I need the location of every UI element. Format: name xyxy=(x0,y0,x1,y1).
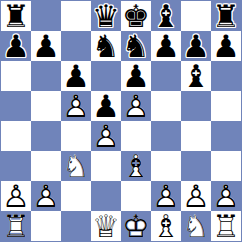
square-d1[interactable]: ♛♕ xyxy=(91,211,121,241)
piece-white-pawn[interactable]: ♟♙ xyxy=(91,121,121,151)
square-b2[interactable]: ♟♙ xyxy=(31,181,61,211)
bishop-fill-glyph: ♝ xyxy=(151,211,181,241)
piece-white-bishop[interactable]: ♝♗ xyxy=(121,151,151,181)
piece-black-pawn[interactable]: ♟ xyxy=(91,91,121,121)
rook-glyph: ♜ xyxy=(211,1,241,31)
pawn-outline-glyph: ♙ xyxy=(61,91,91,121)
piece-white-pawn[interactable]: ♟♙ xyxy=(121,91,151,121)
pawn-fill-glyph: ♟ xyxy=(31,181,61,211)
bishop-outline-glyph: ♗ xyxy=(151,211,181,241)
square-f5[interactable] xyxy=(151,91,181,121)
square-b1[interactable] xyxy=(31,211,61,241)
square-d4[interactable]: ♟♙ xyxy=(91,121,121,151)
piece-black-pawn[interactable]: ♟ xyxy=(211,31,241,61)
square-e4[interactable] xyxy=(121,121,151,151)
square-e7[interactable]: ♞ xyxy=(121,31,151,61)
rook-outline-glyph: ♖ xyxy=(1,211,31,241)
piece-black-king[interactable]: ♚ xyxy=(121,1,151,31)
square-b6[interactable] xyxy=(31,61,61,91)
king-outline-glyph: ♔ xyxy=(121,211,151,241)
piece-black-knight[interactable]: ♞ xyxy=(91,31,121,61)
piece-black-bishop[interactable]: ♝ xyxy=(181,61,211,91)
square-g2[interactable]: ♟♙ xyxy=(181,181,211,211)
piece-white-pawn[interactable]: ♟♙ xyxy=(31,181,61,211)
bishop-fill-glyph: ♝ xyxy=(121,151,151,181)
square-c2[interactable] xyxy=(61,181,91,211)
square-e3[interactable]: ♝♗ xyxy=(121,151,151,181)
square-f4[interactable] xyxy=(151,121,181,151)
bishop-outline-glyph: ♗ xyxy=(121,151,151,181)
pawn-fill-glyph: ♟ xyxy=(91,121,121,151)
square-b5[interactable] xyxy=(31,91,61,121)
king-fill-glyph: ♚ xyxy=(121,211,151,241)
square-a5[interactable] xyxy=(1,91,31,121)
square-e8[interactable]: ♚ xyxy=(121,1,151,31)
piece-white-pawn[interactable]: ♟♙ xyxy=(151,181,181,211)
pawn-outline-glyph: ♙ xyxy=(181,181,211,211)
square-a6[interactable] xyxy=(1,61,31,91)
square-h1[interactable]: ♜♖ xyxy=(211,211,241,241)
pawn-outline-glyph: ♙ xyxy=(151,181,181,211)
pawn-glyph: ♟ xyxy=(211,31,241,61)
piece-black-bishop[interactable]: ♝ xyxy=(151,1,181,31)
chess-board: ♜♛♚♝♜♟♟♞♞♟♟♟♟♟♝♟♙♟♟♙♟♙♞♘♝♗♟♙♟♙♟♙♟♙♟♙♜♖♛♕… xyxy=(0,0,242,242)
square-g6[interactable]: ♝ xyxy=(181,61,211,91)
square-f8[interactable]: ♝ xyxy=(151,1,181,31)
square-d5[interactable]: ♟ xyxy=(91,91,121,121)
square-e1[interactable]: ♚♔ xyxy=(121,211,151,241)
piece-black-rook[interactable]: ♜ xyxy=(211,1,241,31)
pawn-glyph: ♟ xyxy=(121,61,151,91)
square-f7[interactable]: ♟ xyxy=(151,31,181,61)
king-glyph: ♚ xyxy=(121,1,151,31)
piece-black-pawn[interactable]: ♟ xyxy=(31,31,61,61)
square-g1[interactable]: ♞♘ xyxy=(181,211,211,241)
piece-white-pawn[interactable]: ♟♙ xyxy=(1,181,31,211)
square-g5[interactable] xyxy=(181,91,211,121)
square-e2[interactable] xyxy=(121,181,151,211)
piece-white-rook[interactable]: ♜♖ xyxy=(211,211,241,241)
square-c1[interactable] xyxy=(61,211,91,241)
square-a3[interactable] xyxy=(1,151,31,181)
square-e5[interactable]: ♟♙ xyxy=(121,91,151,121)
piece-black-pawn[interactable]: ♟ xyxy=(61,61,91,91)
square-h5[interactable] xyxy=(211,91,241,121)
pawn-outline-glyph: ♙ xyxy=(31,181,61,211)
queen-fill-glyph: ♛ xyxy=(91,211,121,241)
piece-black-knight[interactable]: ♞ xyxy=(121,31,151,61)
square-h8[interactable]: ♜ xyxy=(211,1,241,31)
square-g8[interactable] xyxy=(181,1,211,31)
square-c7[interactable] xyxy=(61,31,91,61)
piece-black-pawn[interactable]: ♟ xyxy=(151,31,181,61)
knight-outline-glyph: ♘ xyxy=(181,211,211,241)
pawn-fill-glyph: ♟ xyxy=(211,181,241,211)
square-g3[interactable] xyxy=(181,151,211,181)
square-h7[interactable]: ♟ xyxy=(211,31,241,61)
piece-white-knight[interactable]: ♞♘ xyxy=(181,211,211,241)
piece-white-pawn[interactable]: ♟♙ xyxy=(211,181,241,211)
piece-white-rook[interactable]: ♜♖ xyxy=(1,211,31,241)
square-h6[interactable] xyxy=(211,61,241,91)
pawn-outline-glyph: ♙ xyxy=(211,181,241,211)
piece-white-knight[interactable]: ♞♘ xyxy=(61,151,91,181)
piece-white-bishop[interactable]: ♝♗ xyxy=(151,211,181,241)
square-d3[interactable] xyxy=(91,151,121,181)
square-f3[interactable] xyxy=(151,151,181,181)
square-h2[interactable]: ♟♙ xyxy=(211,181,241,211)
queen-glyph: ♛ xyxy=(91,1,121,31)
square-g7[interactable]: ♟ xyxy=(181,31,211,61)
piece-black-pawn[interactable]: ♟ xyxy=(121,61,151,91)
square-b8[interactable] xyxy=(31,1,61,31)
square-c4[interactable] xyxy=(61,121,91,151)
pawn-fill-glyph: ♟ xyxy=(61,91,91,121)
rook-glyph: ♜ xyxy=(1,1,31,31)
square-b7[interactable]: ♟ xyxy=(31,31,61,61)
square-h3[interactable] xyxy=(211,151,241,181)
piece-white-queen[interactable]: ♛♕ xyxy=(91,211,121,241)
square-c5[interactable]: ♟♙ xyxy=(61,91,91,121)
square-d7[interactable]: ♞ xyxy=(91,31,121,61)
square-a2[interactable]: ♟♙ xyxy=(1,181,31,211)
square-f2[interactable]: ♟♙ xyxy=(151,181,181,211)
square-f1[interactable]: ♝♗ xyxy=(151,211,181,241)
pawn-glyph: ♟ xyxy=(31,31,61,61)
piece-white-king[interactable]: ♚♔ xyxy=(121,211,151,241)
square-a8[interactable]: ♜ xyxy=(1,1,31,31)
piece-black-rook[interactable]: ♜ xyxy=(1,1,31,31)
rook-outline-glyph: ♖ xyxy=(211,211,241,241)
piece-white-pawn[interactable]: ♟♙ xyxy=(61,91,91,121)
square-a7[interactable]: ♟ xyxy=(1,31,31,61)
piece-black-pawn[interactable]: ♟ xyxy=(181,31,211,61)
square-b4[interactable] xyxy=(31,121,61,151)
pawn-outline-glyph: ♙ xyxy=(1,181,31,211)
rook-fill-glyph: ♜ xyxy=(1,211,31,241)
piece-black-pawn[interactable]: ♟ xyxy=(1,31,31,61)
pawn-glyph: ♟ xyxy=(61,61,91,91)
pawn-fill-glyph: ♟ xyxy=(181,181,211,211)
pawn-glyph: ♟ xyxy=(91,91,121,121)
pawn-glyph: ♟ xyxy=(151,31,181,61)
square-b3[interactable] xyxy=(31,151,61,181)
square-e6[interactable]: ♟ xyxy=(121,61,151,91)
pawn-outline-glyph: ♙ xyxy=(121,91,151,121)
square-c3[interactable]: ♞♘ xyxy=(61,151,91,181)
knight-fill-glyph: ♞ xyxy=(181,211,211,241)
square-h4[interactable] xyxy=(211,121,241,151)
square-d8[interactable]: ♛ xyxy=(91,1,121,31)
bishop-glyph: ♝ xyxy=(181,61,211,91)
pawn-outline-glyph: ♙ xyxy=(91,121,121,151)
rook-fill-glyph: ♜ xyxy=(211,211,241,241)
queen-outline-glyph: ♕ xyxy=(91,211,121,241)
square-c8[interactable] xyxy=(61,1,91,31)
square-a4[interactable] xyxy=(1,121,31,151)
pawn-glyph: ♟ xyxy=(181,31,211,61)
square-d2[interactable] xyxy=(91,181,121,211)
pawn-fill-glyph: ♟ xyxy=(121,91,151,121)
piece-black-queen[interactable]: ♛ xyxy=(91,1,121,31)
knight-fill-glyph: ♞ xyxy=(61,151,91,181)
square-c6[interactable]: ♟ xyxy=(61,61,91,91)
square-f6[interactable] xyxy=(151,61,181,91)
pawn-fill-glyph: ♟ xyxy=(1,181,31,211)
square-g4[interactable] xyxy=(181,121,211,151)
pawn-fill-glyph: ♟ xyxy=(151,181,181,211)
knight-glyph: ♞ xyxy=(121,31,151,61)
square-d6[interactable] xyxy=(91,61,121,91)
piece-white-pawn[interactable]: ♟♙ xyxy=(181,181,211,211)
knight-glyph: ♞ xyxy=(91,31,121,61)
knight-outline-glyph: ♘ xyxy=(61,151,91,181)
bishop-glyph: ♝ xyxy=(151,1,181,31)
pawn-glyph: ♟ xyxy=(1,31,31,61)
square-a1[interactable]: ♜♖ xyxy=(1,211,31,241)
